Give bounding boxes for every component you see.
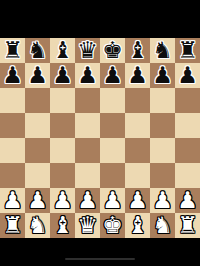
square-d1[interactable]: ♛: [75, 213, 100, 238]
piece-black-pawn[interactable]: ♟: [175, 63, 200, 88]
piece-white-knight[interactable]: ♞: [25, 213, 50, 238]
square-g6[interactable]: [150, 88, 175, 113]
piece-black-knight[interactable]: ♞: [25, 38, 50, 63]
square-c7[interactable]: ♟: [50, 63, 75, 88]
square-e7[interactable]: ♟: [100, 63, 125, 88]
piece-white-rook[interactable]: ♜: [175, 213, 200, 238]
piece-black-knight[interactable]: ♞: [150, 38, 175, 63]
piece-black-pawn[interactable]: ♟: [150, 63, 175, 88]
square-c4[interactable]: [50, 138, 75, 163]
square-f1[interactable]: ♝: [125, 213, 150, 238]
square-d3[interactable]: [75, 163, 100, 188]
piece-white-king[interactable]: ♚: [100, 213, 125, 238]
square-h5[interactable]: [175, 113, 200, 138]
square-c6[interactable]: [50, 88, 75, 113]
square-h1[interactable]: ♜: [175, 213, 200, 238]
piece-white-bishop[interactable]: ♝: [125, 213, 150, 238]
square-b5[interactable]: [25, 113, 50, 138]
square-a4[interactable]: [0, 138, 25, 163]
piece-black-rook[interactable]: ♜: [175, 38, 200, 63]
square-f8[interactable]: ♝: [125, 38, 150, 63]
piece-white-pawn[interactable]: ♟: [25, 188, 50, 213]
square-a2[interactable]: ♟: [0, 188, 25, 213]
square-e2[interactable]: ♟: [100, 188, 125, 213]
piece-black-queen[interactable]: ♛: [75, 38, 100, 63]
square-c1[interactable]: ♝: [50, 213, 75, 238]
square-b4[interactable]: [25, 138, 50, 163]
square-f7[interactable]: ♟: [125, 63, 150, 88]
square-g8[interactable]: ♞: [150, 38, 175, 63]
piece-white-pawn[interactable]: ♟: [0, 188, 25, 213]
home-indicator[interactable]: [65, 258, 135, 260]
piece-white-queen[interactable]: ♛: [75, 213, 100, 238]
piece-black-king[interactable]: ♚: [100, 38, 125, 63]
square-a6[interactable]: [0, 88, 25, 113]
piece-black-pawn[interactable]: ♟: [75, 63, 100, 88]
square-h7[interactable]: ♟: [175, 63, 200, 88]
square-e1[interactable]: ♚: [100, 213, 125, 238]
square-b8[interactable]: ♞: [25, 38, 50, 63]
piece-black-pawn[interactable]: ♟: [0, 63, 25, 88]
square-e3[interactable]: [100, 163, 125, 188]
piece-white-pawn[interactable]: ♟: [50, 188, 75, 213]
square-h2[interactable]: ♟: [175, 188, 200, 213]
piece-white-pawn[interactable]: ♟: [100, 188, 125, 213]
piece-black-pawn[interactable]: ♟: [125, 63, 150, 88]
square-g7[interactable]: ♟: [150, 63, 175, 88]
square-a1[interactable]: ♜: [0, 213, 25, 238]
piece-white-bishop[interactable]: ♝: [50, 213, 75, 238]
square-f3[interactable]: [125, 163, 150, 188]
square-d4[interactable]: [75, 138, 100, 163]
square-h3[interactable]: [175, 163, 200, 188]
square-g1[interactable]: ♞: [150, 213, 175, 238]
square-g5[interactable]: [150, 113, 175, 138]
square-c8[interactable]: ♝: [50, 38, 75, 63]
square-g3[interactable]: [150, 163, 175, 188]
square-a3[interactable]: [0, 163, 25, 188]
square-b6[interactable]: [25, 88, 50, 113]
chess-board: ♜♞♝♛♚♝♞♜♟♟♟♟♟♟♟♟♟♟♟♟♟♟♟♟♜♞♝♛♚♝♞♜: [0, 38, 200, 238]
square-d6[interactable]: [75, 88, 100, 113]
piece-black-bishop[interactable]: ♝: [50, 38, 75, 63]
square-f6[interactable]: [125, 88, 150, 113]
square-h8[interactable]: ♜: [175, 38, 200, 63]
square-d2[interactable]: ♟: [75, 188, 100, 213]
piece-white-knight[interactable]: ♞: [150, 213, 175, 238]
square-c5[interactable]: [50, 113, 75, 138]
square-b3[interactable]: [25, 163, 50, 188]
square-e4[interactable]: [100, 138, 125, 163]
piece-white-rook[interactable]: ♜: [0, 213, 25, 238]
square-f4[interactable]: [125, 138, 150, 163]
square-h6[interactable]: [175, 88, 200, 113]
square-c2[interactable]: ♟: [50, 188, 75, 213]
square-d5[interactable]: [75, 113, 100, 138]
square-f5[interactable]: [125, 113, 150, 138]
square-a7[interactable]: ♟: [0, 63, 25, 88]
square-e6[interactable]: [100, 88, 125, 113]
square-d8[interactable]: ♛: [75, 38, 100, 63]
square-d7[interactable]: ♟: [75, 63, 100, 88]
chess-app-screen: ♜♞♝♛♚♝♞♜♟♟♟♟♟♟♟♟♟♟♟♟♟♟♟♟♜♞♝♛♚♝♞♜: [0, 0, 200, 266]
square-e5[interactable]: [100, 113, 125, 138]
square-g2[interactable]: ♟: [150, 188, 175, 213]
piece-white-pawn[interactable]: ♟: [125, 188, 150, 213]
square-g4[interactable]: [150, 138, 175, 163]
piece-white-pawn[interactable]: ♟: [175, 188, 200, 213]
square-a8[interactable]: ♜: [0, 38, 25, 63]
square-e8[interactable]: ♚: [100, 38, 125, 63]
piece-black-pawn[interactable]: ♟: [100, 63, 125, 88]
square-h4[interactable]: [175, 138, 200, 163]
square-b1[interactable]: ♞: [25, 213, 50, 238]
square-c3[interactable]: [50, 163, 75, 188]
square-a5[interactable]: [0, 113, 25, 138]
square-f2[interactable]: ♟: [125, 188, 150, 213]
piece-black-pawn[interactable]: ♟: [50, 63, 75, 88]
piece-black-rook[interactable]: ♜: [0, 38, 25, 63]
square-b2[interactable]: ♟: [25, 188, 50, 213]
piece-black-bishop[interactable]: ♝: [125, 38, 150, 63]
piece-black-pawn[interactable]: ♟: [25, 63, 50, 88]
piece-white-pawn[interactable]: ♟: [75, 188, 100, 213]
piece-white-pawn[interactable]: ♟: [150, 188, 175, 213]
square-b7[interactable]: ♟: [25, 63, 50, 88]
